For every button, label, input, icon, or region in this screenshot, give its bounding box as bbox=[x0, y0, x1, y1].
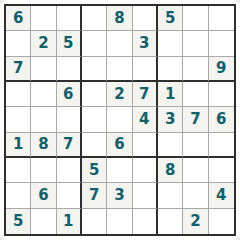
cell-r7c9[interactable] bbox=[209, 158, 234, 183]
cell-r2c7[interactable] bbox=[158, 31, 183, 56]
cell-r4c2[interactable] bbox=[31, 82, 56, 107]
cell-r1c1[interactable]: 6 bbox=[6, 6, 31, 31]
cell-r2c5[interactable] bbox=[107, 31, 132, 56]
cell-r9c4[interactable] bbox=[82, 209, 107, 234]
cell-r2c2[interactable]: 2 bbox=[31, 31, 56, 56]
cell-r3c6[interactable] bbox=[133, 57, 158, 82]
cell-r4c8[interactable] bbox=[183, 82, 208, 107]
cell-r7c4[interactable]: 5 bbox=[82, 158, 107, 183]
cell-r1c4[interactable] bbox=[82, 6, 107, 31]
cell-r4c7[interactable]: 1 bbox=[158, 82, 183, 107]
cell-r1c9[interactable] bbox=[209, 6, 234, 31]
cell-r8c3[interactable] bbox=[57, 183, 82, 208]
cell-r3c4[interactable] bbox=[82, 57, 107, 82]
sudoku-card: 68525379627143761876586734512 bbox=[0, 0, 240, 240]
cell-r1c7[interactable]: 5 bbox=[158, 6, 183, 31]
cell-r6c7[interactable] bbox=[158, 133, 183, 158]
cell-r5c5[interactable] bbox=[107, 107, 132, 132]
cell-r7c5[interactable] bbox=[107, 158, 132, 183]
cell-r9c6[interactable] bbox=[133, 209, 158, 234]
cell-r5c8[interactable]: 7 bbox=[183, 107, 208, 132]
cell-r5c1[interactable] bbox=[6, 107, 31, 132]
cell-r6c6[interactable] bbox=[133, 133, 158, 158]
cell-r3c5[interactable] bbox=[107, 57, 132, 82]
cell-r4c3[interactable]: 6 bbox=[57, 82, 82, 107]
cell-r4c9[interactable] bbox=[209, 82, 234, 107]
cell-r2c3[interactable]: 5 bbox=[57, 31, 82, 56]
cell-r7c1[interactable] bbox=[6, 158, 31, 183]
cell-r2c9[interactable] bbox=[209, 31, 234, 56]
cell-r5c4[interactable] bbox=[82, 107, 107, 132]
cell-r1c8[interactable] bbox=[183, 6, 208, 31]
cell-r3c3[interactable] bbox=[57, 57, 82, 82]
cell-r8c4[interactable]: 7 bbox=[82, 183, 107, 208]
cell-r8c8[interactable] bbox=[183, 183, 208, 208]
cell-r9c9[interactable] bbox=[209, 209, 234, 234]
cell-r8c2[interactable]: 6 bbox=[31, 183, 56, 208]
cell-r7c6[interactable] bbox=[133, 158, 158, 183]
sudoku-board: 68525379627143761876586734512 bbox=[4, 4, 236, 236]
cell-r6c2[interactable]: 8 bbox=[31, 133, 56, 158]
cell-r8c6[interactable] bbox=[133, 183, 158, 208]
cell-r1c6[interactable] bbox=[133, 6, 158, 31]
cell-r3c2[interactable] bbox=[31, 57, 56, 82]
cell-r8c1[interactable] bbox=[6, 183, 31, 208]
cell-r4c1[interactable] bbox=[6, 82, 31, 107]
cell-r5c2[interactable] bbox=[31, 107, 56, 132]
cell-r6c1[interactable]: 1 bbox=[6, 133, 31, 158]
cell-r1c2[interactable] bbox=[31, 6, 56, 31]
cell-r5c7[interactable]: 3 bbox=[158, 107, 183, 132]
cell-r1c3[interactable] bbox=[57, 6, 82, 31]
cell-r2c6[interactable]: 3 bbox=[133, 31, 158, 56]
cell-r7c8[interactable] bbox=[183, 158, 208, 183]
cell-r3c9[interactable]: 9 bbox=[209, 57, 234, 82]
cell-r2c1[interactable] bbox=[6, 31, 31, 56]
cell-r8c9[interactable]: 4 bbox=[209, 183, 234, 208]
cell-r9c2[interactable] bbox=[31, 209, 56, 234]
cell-r6c9[interactable] bbox=[209, 133, 234, 158]
cell-r4c5[interactable]: 2 bbox=[107, 82, 132, 107]
cell-r9c3[interactable]: 1 bbox=[57, 209, 82, 234]
cell-r9c5[interactable] bbox=[107, 209, 132, 234]
cell-r2c8[interactable] bbox=[183, 31, 208, 56]
cell-r6c3[interactable]: 7 bbox=[57, 133, 82, 158]
cell-r9c1[interactable]: 5 bbox=[6, 209, 31, 234]
cell-r2c4[interactable] bbox=[82, 31, 107, 56]
cell-r6c5[interactable]: 6 bbox=[107, 133, 132, 158]
cell-r7c7[interactable]: 8 bbox=[158, 158, 183, 183]
cell-r9c7[interactable] bbox=[158, 209, 183, 234]
cell-r6c8[interactable] bbox=[183, 133, 208, 158]
cell-r3c1[interactable]: 7 bbox=[6, 57, 31, 82]
cell-r5c3[interactable] bbox=[57, 107, 82, 132]
cell-r1c5[interactable]: 8 bbox=[107, 6, 132, 31]
cell-r5c6[interactable]: 4 bbox=[133, 107, 158, 132]
cell-r4c6[interactable]: 7 bbox=[133, 82, 158, 107]
cell-r9c8[interactable]: 2 bbox=[183, 209, 208, 234]
cell-r5c9[interactable]: 6 bbox=[209, 107, 234, 132]
cell-r7c2[interactable] bbox=[31, 158, 56, 183]
cell-r7c3[interactable] bbox=[57, 158, 82, 183]
cell-r4c4[interactable] bbox=[82, 82, 107, 107]
cell-r6c4[interactable] bbox=[82, 133, 107, 158]
cell-r8c5[interactable]: 3 bbox=[107, 183, 132, 208]
cell-r3c7[interactable] bbox=[158, 57, 183, 82]
cell-r3c8[interactable] bbox=[183, 57, 208, 82]
cell-r8c7[interactable] bbox=[158, 183, 183, 208]
